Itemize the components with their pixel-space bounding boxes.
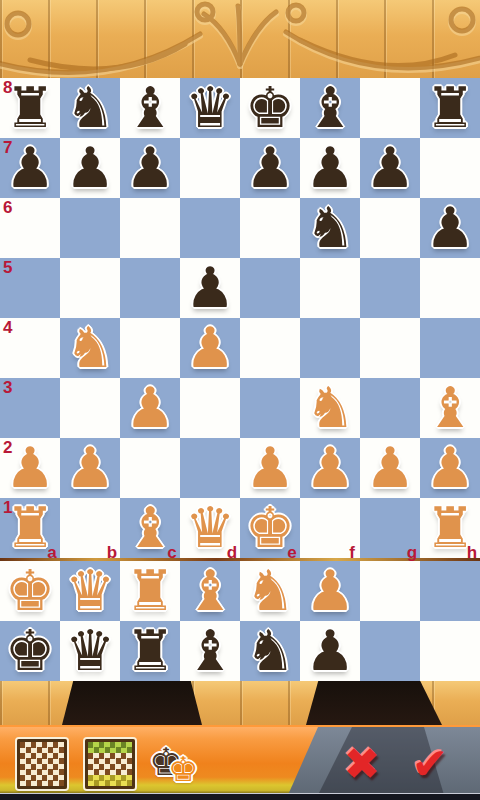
black-queen[interactable]: ♛ (60, 621, 120, 681)
white-pawn[interactable]: ♟ (360, 438, 420, 498)
white-bishop[interactable]: ♝ (420, 378, 480, 438)
square-e6[interactable] (240, 198, 300, 258)
start-position-board-icon (85, 739, 135, 789)
black-piece-tray[interactable]: ♚♛♜♝♞♟ (0, 621, 480, 681)
square-g6[interactable] (360, 198, 420, 258)
square-e4[interactable] (240, 318, 300, 378)
square-f8[interactable]: ♝ (300, 78, 360, 138)
black-bishop[interactable]: ♝ (120, 78, 180, 138)
file-label-b: b (105, 544, 119, 561)
file-label-e: e (285, 544, 299, 561)
white-king-icon: ♚ (168, 752, 198, 786)
black-bishop[interactable]: ♝ (300, 78, 360, 138)
white-pawn[interactable]: ♟ (60, 438, 120, 498)
square-b7[interactable]: ♟ (60, 138, 120, 198)
file-label-d: d (225, 544, 239, 561)
black-bishop[interactable]: ♝ (180, 621, 240, 681)
square-g3[interactable] (360, 378, 420, 438)
square-b5[interactable] (60, 258, 120, 318)
rank-label-3: 3 (3, 378, 12, 398)
rank-label-1: 1 (3, 498, 12, 518)
square-c8[interactable]: ♝ (120, 78, 180, 138)
tray-white-queen[interactable]: ♛ (60, 561, 120, 621)
square-c3[interactable]: ♟ (120, 378, 180, 438)
square-b4[interactable]: ♞ (60, 318, 120, 378)
black-pawn[interactable]: ♟ (360, 138, 420, 198)
square-c2[interactable] (120, 438, 180, 498)
square-h5[interactable] (420, 258, 480, 318)
cancel-button[interactable]: ✖ (336, 738, 388, 790)
black-pawn[interactable]: ♟ (420, 198, 480, 258)
square-c5[interactable] (120, 258, 180, 318)
carved-ornament-icon (0, 0, 480, 78)
square-d6[interactable] (180, 198, 240, 258)
tray-black-empty[interactable] (420, 621, 480, 681)
square-g7[interactable]: ♟ (360, 138, 420, 198)
rank-label-8: 8 (3, 78, 12, 98)
black-pawn[interactable]: ♟ (300, 621, 360, 681)
rank-label-6: 6 (3, 198, 12, 218)
square-d2[interactable] (180, 438, 240, 498)
black-knight[interactable]: ♞ (300, 198, 360, 258)
tray-white-empty[interactable] (420, 561, 480, 621)
black-king[interactable]: ♚ (0, 621, 60, 681)
square-g8[interactable] (360, 78, 420, 138)
white-pawn[interactable]: ♟ (300, 561, 360, 621)
rank-label-5: 5 (3, 258, 12, 278)
confirm-button[interactable]: ✔ (404, 738, 456, 790)
floor-shadow-right (306, 681, 442, 725)
square-b3[interactable] (60, 378, 120, 438)
white-bishop[interactable]: ♝ (180, 561, 240, 621)
square-g4[interactable] (360, 318, 420, 378)
tray-black-knight[interactable]: ♞ (240, 621, 300, 681)
square-d3[interactable] (180, 378, 240, 438)
rank-label-2: 2 (3, 438, 12, 458)
square-e3[interactable] (240, 378, 300, 438)
white-pawn[interactable]: ♟ (300, 438, 360, 498)
bottom-navigation-strip (0, 793, 480, 800)
white-pawn[interactable]: ♟ (240, 438, 300, 498)
white-king[interactable]: ♚ (0, 561, 60, 621)
square-f6[interactable]: ♞ (300, 198, 360, 258)
black-knight[interactable]: ♞ (60, 78, 120, 138)
square-d4[interactable]: ♟ (180, 318, 240, 378)
square-h4[interactable] (420, 318, 480, 378)
black-queen[interactable]: ♛ (180, 78, 240, 138)
white-pawn[interactable]: ♟ (120, 378, 180, 438)
file-label-f: f (345, 544, 359, 561)
square-b2[interactable]: ♟ (60, 438, 120, 498)
tray-black-rook[interactable]: ♜ (120, 621, 180, 681)
rank-label-7: 7 (3, 138, 12, 158)
tray-black-pawn[interactable]: ♟ (300, 621, 360, 681)
empty-board-icon (17, 739, 67, 789)
white-knight[interactable]: ♞ (240, 561, 300, 621)
chess-board[interactable]: ♜♞♝♛♚♝♜♟♟♟♟♟♟♞♟♟♞♟♟♞♝♟♟♟♟♟♟♜♝♛♚♜87654321… (0, 78, 480, 558)
tray-black-king[interactable]: ♚ (0, 621, 60, 681)
white-pawn[interactable]: ♟ (420, 438, 480, 498)
tray-white-rook[interactable]: ♜ (120, 561, 180, 621)
square-c7[interactable]: ♟ (120, 138, 180, 198)
black-rook[interactable]: ♜ (120, 621, 180, 681)
square-h8[interactable]: ♜ (420, 78, 480, 138)
black-pawn[interactable]: ♟ (180, 258, 240, 318)
tray-white-empty[interactable] (360, 561, 420, 621)
white-rook[interactable]: ♜ (120, 561, 180, 621)
square-f7[interactable]: ♟ (300, 138, 360, 198)
black-knight[interactable]: ♞ (240, 621, 300, 681)
clear-board-button[interactable] (16, 738, 68, 790)
tray-white-bishop[interactable]: ♝ (180, 561, 240, 621)
initial-position-button[interactable] (84, 738, 136, 790)
black-pawn[interactable]: ♟ (120, 138, 180, 198)
square-g2[interactable]: ♟ (360, 438, 420, 498)
tray-white-knight[interactable]: ♞ (240, 561, 300, 621)
white-queen[interactable]: ♛ (60, 561, 120, 621)
square-d5[interactable]: ♟ (180, 258, 240, 318)
square-e2[interactable]: ♟ (240, 438, 300, 498)
square-d7[interactable] (180, 138, 240, 198)
white-knight[interactable]: ♞ (60, 318, 120, 378)
square-f3[interactable]: ♞ (300, 378, 360, 438)
red-cross-icon: ✖ (344, 742, 381, 786)
square-f5[interactable] (300, 258, 360, 318)
floor-shadow-left (62, 681, 202, 725)
wood-header (0, 0, 480, 78)
chess-setup-screen: ♜♞♝♛♚♝♜♟♟♟♟♟♟♞♟♟♞♟♟♞♝♟♟♟♟♟♟♜♝♛♚♜87654321… (0, 0, 480, 800)
rank-label-4: 4 (3, 318, 12, 338)
file-label-a: a (45, 544, 59, 561)
square-h2[interactable]: ♟ (420, 438, 480, 498)
white-knight[interactable]: ♞ (300, 378, 360, 438)
tray-white-pawn[interactable]: ♟ (300, 561, 360, 621)
red-check-icon: ✔ (412, 742, 449, 786)
black-rook[interactable]: ♜ (420, 78, 480, 138)
wood-floor (0, 681, 480, 725)
square-h6[interactable]: ♟ (420, 198, 480, 258)
square-b8[interactable]: ♞ (60, 78, 120, 138)
square-b6[interactable] (60, 198, 120, 258)
black-pawn[interactable]: ♟ (240, 138, 300, 198)
place-kings-button[interactable]: ♚ ♚ (148, 738, 200, 790)
white-pawn[interactable]: ♟ (180, 318, 240, 378)
toolbar: ♚ ♚ ♚ ♜ ✖ ✔ (0, 725, 480, 793)
square-e8[interactable]: ♚ (240, 78, 300, 138)
tray-black-queen[interactable]: ♛ (60, 621, 120, 681)
square-e7[interactable]: ♟ (240, 138, 300, 198)
square-f4[interactable] (300, 318, 360, 378)
square-d8[interactable]: ♛ (180, 78, 240, 138)
file-label-g: g (405, 544, 419, 561)
square-g5[interactable] (360, 258, 420, 318)
tray-black-bishop[interactable]: ♝ (180, 621, 240, 681)
black-pawn[interactable]: ♟ (300, 138, 360, 198)
square-c6[interactable] (120, 198, 180, 258)
square-h7[interactable] (420, 138, 480, 198)
black-pawn[interactable]: ♟ (60, 138, 120, 198)
file-label-c: c (165, 544, 179, 561)
square-f2[interactable]: ♟ (300, 438, 360, 498)
square-c4[interactable] (120, 318, 180, 378)
tray-white-king[interactable]: ♚ (0, 561, 60, 621)
white-piece-tray[interactable]: ♚♛♜♝♞♟ (0, 561, 480, 621)
square-e5[interactable] (240, 258, 300, 318)
black-king[interactable]: ♚ (240, 78, 300, 138)
square-h3[interactable]: ♝ (420, 378, 480, 438)
tray-black-empty[interactable] (360, 621, 420, 681)
file-label-h: h (465, 544, 479, 561)
